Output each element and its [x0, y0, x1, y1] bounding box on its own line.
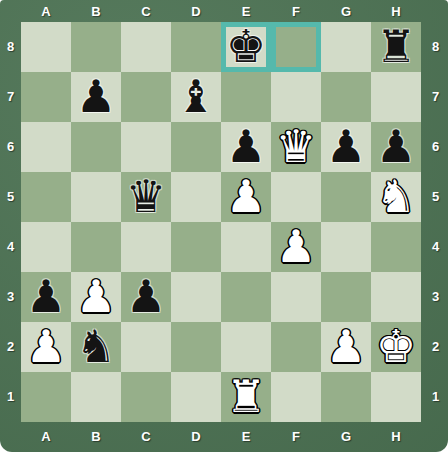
- square-g6[interactable]: ♟: [321, 122, 371, 172]
- square-h3[interactable]: [371, 272, 421, 322]
- rank-label-right-1: 1: [423, 372, 448, 422]
- square-g7[interactable]: [321, 72, 371, 122]
- square-e1[interactable]: ♜: [221, 372, 271, 422]
- chess-board: ♚♜♟♝♟♛♟♟♛♟♞♟♟♟♟♟♞♟♚♜: [21, 22, 421, 422]
- file-label-bottom-d: D: [171, 429, 221, 444]
- file-label-bottom-h: H: [371, 429, 421, 444]
- square-d3[interactable]: [171, 272, 221, 322]
- square-d7[interactable]: ♝: [171, 72, 221, 122]
- square-e4[interactable]: [221, 222, 271, 272]
- rank-label-left-7: 7: [0, 72, 21, 122]
- black-pawn-e6[interactable]: ♟: [226, 122, 266, 172]
- black-king-e8[interactable]: ♚: [226, 22, 266, 72]
- black-pawn-b7[interactable]: ♟: [76, 72, 116, 122]
- square-f2[interactable]: [271, 322, 321, 372]
- square-a4[interactable]: [21, 222, 71, 272]
- square-b1[interactable]: [71, 372, 121, 422]
- square-h4[interactable]: [371, 222, 421, 272]
- square-a1[interactable]: [21, 372, 71, 422]
- rank-label-right-7: 7: [423, 72, 448, 122]
- black-pawn-a3[interactable]: ♟: [26, 272, 66, 322]
- white-pawn-b3[interactable]: ♟: [76, 272, 116, 322]
- rank-label-right-2: 2: [423, 322, 448, 372]
- square-c8[interactable]: [121, 22, 171, 72]
- square-d2[interactable]: [171, 322, 221, 372]
- white-rook-e1[interactable]: ♜: [226, 372, 266, 422]
- square-d1[interactable]: [171, 372, 221, 422]
- square-a6[interactable]: [21, 122, 71, 172]
- white-knight-h5[interactable]: ♞: [376, 172, 416, 222]
- square-e7[interactable]: [221, 72, 271, 122]
- square-h8[interactable]: ♜: [371, 22, 421, 72]
- black-bishop-d7[interactable]: ♝: [176, 72, 216, 122]
- white-king-h2[interactable]: ♚: [376, 322, 416, 372]
- square-a2[interactable]: ♟: [21, 322, 71, 372]
- black-pawn-c3[interactable]: ♟: [126, 272, 166, 322]
- square-a7[interactable]: [21, 72, 71, 122]
- square-h7[interactable]: [371, 72, 421, 122]
- square-e5[interactable]: ♟: [221, 172, 271, 222]
- square-b8[interactable]: [71, 22, 121, 72]
- square-a8[interactable]: [21, 22, 71, 72]
- square-g8[interactable]: [321, 22, 371, 72]
- square-e8[interactable]: ♚: [221, 22, 271, 72]
- file-label-top-d: D: [171, 4, 221, 19]
- square-b3[interactable]: ♟: [71, 272, 121, 322]
- square-g4[interactable]: [321, 222, 371, 272]
- square-b6[interactable]: [71, 122, 121, 172]
- square-f6[interactable]: ♛: [271, 122, 321, 172]
- square-f3[interactable]: [271, 272, 321, 322]
- rank-label-left-4: 4: [0, 222, 21, 272]
- square-d6[interactable]: [171, 122, 221, 172]
- square-f5[interactable]: [271, 172, 321, 222]
- square-b4[interactable]: [71, 222, 121, 272]
- square-g3[interactable]: [321, 272, 371, 322]
- file-label-bottom-g: G: [321, 429, 371, 444]
- square-g2[interactable]: ♟: [321, 322, 371, 372]
- rank-label-right-4: 4: [423, 222, 448, 272]
- square-c2[interactable]: [121, 322, 171, 372]
- black-rook-h8[interactable]: ♜: [376, 22, 416, 72]
- square-e3[interactable]: [221, 272, 271, 322]
- square-h5[interactable]: ♞: [371, 172, 421, 222]
- square-f7[interactable]: [271, 72, 321, 122]
- square-c6[interactable]: [121, 122, 171, 172]
- file-label-bottom-b: B: [71, 429, 121, 444]
- square-b7[interactable]: ♟: [71, 72, 121, 122]
- file-label-top-h: H: [371, 4, 421, 19]
- square-c3[interactable]: ♟: [121, 272, 171, 322]
- file-label-bottom-e: E: [221, 429, 271, 444]
- rank-label-left-8: 8: [0, 22, 21, 72]
- white-pawn-e5[interactable]: ♟: [226, 172, 266, 222]
- rank-label-left-6: 6: [0, 122, 21, 172]
- square-d4[interactable]: [171, 222, 221, 272]
- square-h2[interactable]: ♚: [371, 322, 421, 372]
- square-e6[interactable]: ♟: [221, 122, 271, 172]
- file-label-top-e: E: [221, 4, 271, 19]
- file-label-bottom-f: F: [271, 429, 321, 444]
- rank-label-left-1: 1: [0, 372, 21, 422]
- rank-label-right-3: 3: [423, 272, 448, 322]
- black-pawn-g6[interactable]: ♟: [326, 122, 366, 172]
- white-queen-f6[interactable]: ♛: [276, 122, 316, 172]
- square-b5[interactable]: [71, 172, 121, 222]
- square-d8[interactable]: [171, 22, 221, 72]
- square-a3[interactable]: ♟: [21, 272, 71, 322]
- rank-label-left-2: 2: [0, 322, 21, 372]
- square-g1[interactable]: [321, 372, 371, 422]
- square-f8[interactable]: [271, 22, 321, 72]
- square-g5[interactable]: [321, 172, 371, 222]
- black-pawn-h6[interactable]: ♟: [376, 122, 416, 172]
- rank-label-right-5: 5: [423, 172, 448, 222]
- file-label-top-f: F: [271, 4, 321, 19]
- square-e2[interactable]: [221, 322, 271, 372]
- square-c4[interactable]: [121, 222, 171, 272]
- square-a5[interactable]: [21, 172, 71, 222]
- square-b2[interactable]: ♞: [71, 322, 121, 372]
- file-label-top-a: A: [21, 4, 71, 19]
- white-pawn-f4[interactable]: ♟: [276, 222, 316, 272]
- rank-label-right-6: 6: [423, 122, 448, 172]
- black-knight-b2[interactable]: ♞: [76, 322, 116, 372]
- square-c1[interactable]: [121, 372, 171, 422]
- file-label-top-b: B: [71, 4, 121, 19]
- square-f1[interactable]: [271, 372, 321, 422]
- file-label-top-g: G: [321, 4, 371, 19]
- rank-label-right-8: 8: [423, 22, 448, 72]
- square-f4[interactable]: ♟: [271, 222, 321, 272]
- file-label-bottom-a: A: [21, 429, 71, 444]
- square-d5[interactable]: [171, 172, 221, 222]
- square-h6[interactable]: ♟: [371, 122, 421, 172]
- black-queen-c5[interactable]: ♛: [126, 172, 166, 222]
- rank-label-left-5: 5: [0, 172, 21, 222]
- white-pawn-a2[interactable]: ♟: [26, 322, 66, 372]
- square-c7[interactable]: [121, 72, 171, 122]
- square-c5[interactable]: ♛: [121, 172, 171, 222]
- file-label-bottom-c: C: [121, 429, 171, 444]
- square-h1[interactable]: [371, 372, 421, 422]
- board-frame: ♚♜♟♝♟♛♟♟♛♟♞♟♟♟♟♟♞♟♚♜ ABCDEFGHABCDEFGH876…: [0, 0, 448, 452]
- file-label-top-c: C: [121, 4, 171, 19]
- white-pawn-g2[interactable]: ♟: [326, 322, 366, 372]
- rank-label-left-3: 3: [0, 272, 21, 322]
